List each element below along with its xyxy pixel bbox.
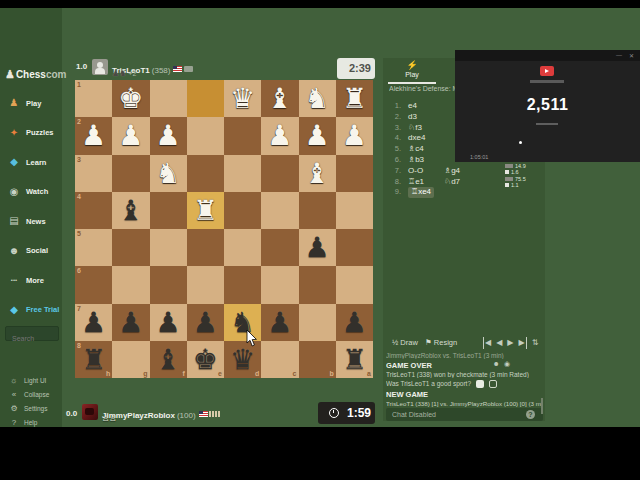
go-back-button[interactable]: ◀	[496, 337, 502, 349]
square-f6[interactable]	[150, 266, 187, 303]
sidebar-item-play[interactable]: ♟Play	[7, 95, 61, 111]
piece-black-bishop[interactable]: ♝	[150, 341, 187, 378]
sidebar-item-more[interactable]: •••More	[7, 272, 61, 288]
square-c4[interactable]	[261, 192, 298, 229]
sidebar-item-social[interactable]: ☻Social	[7, 243, 61, 259]
clock-black-time: 1:59	[347, 406, 371, 420]
stat-value: 14.9	[515, 163, 526, 169]
overlay-titlebar[interactable]: — ✕	[455, 50, 640, 61]
square-b2[interactable]: ♟	[299, 117, 336, 154]
piece-black-pawn[interactable]: ♟	[299, 229, 336, 266]
sidebar-footer-collapse[interactable]: «Collapse	[9, 388, 61, 401]
match-score-bottom: 0.0	[66, 409, 77, 418]
piece-white-king[interactable]: ♚	[112, 80, 149, 117]
sidebar-footer-label: Light UI	[24, 377, 46, 384]
sidebar-item-watch[interactable]: ◉Watch	[7, 184, 61, 200]
help-circle-icon[interactable]: ?	[526, 410, 535, 419]
piece-black-pawn[interactable]: ♟	[336, 304, 373, 341]
pairing-line: TrisLeoT1 (338) [1] vs. JimmyPlayzRoblox…	[386, 400, 542, 407]
logo-text: Chess	[16, 69, 46, 80]
square-d6[interactable]	[224, 266, 261, 303]
chat-disabled-label: Chat Disabled	[392, 411, 436, 418]
sidebar-item-news[interactable]: ▤News	[7, 213, 61, 229]
player-bottom-row: JimmyPlayzRoblox(100)	[102, 404, 220, 422]
game-over-label: GAME OVER	[386, 361, 542, 370]
good-sport-line: Was TrisLeoT1 a good sport?	[386, 380, 542, 388]
piece-white-queen[interactable]: ♛	[224, 80, 261, 117]
move-black[interactable]: ♘d7	[444, 177, 460, 188]
square-c1[interactable]: ♝	[261, 80, 298, 117]
subscriber-count: 2,511	[455, 96, 640, 114]
overlay-stat-row: 1.1	[505, 182, 526, 188]
light-ui-icon: ☼	[9, 376, 19, 385]
sidebar-footer-label: Help	[24, 419, 37, 426]
sidebar: ♟Chesscom ♟Play✦Puzzles◆Learn◉Watch▤News…	[0, 8, 62, 427]
resign-label: Resign	[434, 338, 457, 347]
membership-badge	[184, 66, 193, 72]
tab-play-label: Play	[388, 71, 436, 78]
half-icon: ½	[392, 338, 398, 347]
sidebar-item-label: More	[26, 276, 44, 285]
square-e7[interactable]: ♟	[187, 304, 224, 341]
sidebar-item-label: Puzzles	[26, 128, 54, 137]
square-c7[interactable]: ♟	[261, 304, 298, 341]
letterbox-top	[0, 0, 640, 8]
good-sport-prompt: Was TrisLeoT1 a good sport?	[386, 380, 471, 387]
help-icon: ?	[9, 418, 19, 427]
go-start-button[interactable]: ◀	[483, 337, 491, 349]
stat-icon	[505, 170, 509, 174]
flag-icon: ⚑	[425, 338, 432, 347]
search-input[interactable]	[10, 334, 58, 343]
square-b3[interactable]: ♝	[299, 155, 336, 192]
stat-icon	[505, 177, 513, 181]
avatar[interactable]	[82, 404, 98, 420]
thumbs-up-button[interactable]	[476, 380, 484, 388]
chat-disabled-bar: Chat Disabled ?	[386, 408, 543, 421]
square-a4[interactable]	[336, 192, 373, 229]
square-c8[interactable]: c	[261, 341, 298, 378]
player-top-rating: (358)	[152, 66, 171, 75]
action-bar: ½ Draw ⚑ Resign ◀◀▶▶⇅	[387, 336, 543, 352]
resign-button[interactable]: ⚑ Resign	[425, 338, 457, 347]
clock-white: 2:39	[337, 58, 375, 79]
square-e2[interactable]	[187, 117, 224, 154]
square-f3[interactable]: ♞	[150, 155, 187, 192]
tab-play[interactable]: ⚡ Play	[388, 58, 436, 84]
square-b7[interactable]	[299, 304, 336, 341]
square-h1[interactable]: 1	[75, 80, 112, 117]
piece-black-pawn[interactable]: ♟	[150, 304, 187, 341]
piece-white-pawn[interactable]: ♟	[299, 117, 336, 154]
square-a5[interactable]	[336, 229, 373, 266]
learn-icon: ◆	[7, 156, 21, 168]
search-box	[5, 326, 59, 341]
play-icon: ♟	[7, 97, 21, 109]
subcount-overlay-window: — ✕ 2,511 1:05:01	[455, 50, 640, 162]
square-f7[interactable]: ♟	[150, 304, 187, 341]
square-h8[interactable]: 8h♜	[75, 341, 112, 378]
chesscom-logo[interactable]: ♟Chesscom	[5, 68, 66, 81]
square-d1[interactable]: ♛	[224, 80, 261, 117]
sidebar-item-label: Learn	[26, 158, 46, 167]
square-c2[interactable]: ♟	[261, 117, 298, 154]
go-end-button[interactable]: ▶	[518, 337, 526, 349]
square-g6[interactable]	[112, 266, 149, 303]
collapse-icon: «	[9, 390, 19, 399]
sidebar-footer-light-ui[interactable]: ☼Light UI	[9, 374, 61, 387]
square-a1[interactable]: ♜	[336, 80, 373, 117]
clock-black-active: 1:59	[318, 402, 375, 424]
square-c3[interactable]	[261, 155, 298, 192]
square-f8[interactable]: f♝	[150, 341, 187, 378]
cursor-dot	[519, 141, 522, 144]
square-h4[interactable]: 4	[75, 192, 112, 229]
rank-label-7: 7	[77, 305, 81, 312]
overlay-subcaption	[536, 123, 558, 125]
sidebar-item-free-trial[interactable]: ◆Free Trial	[7, 302, 61, 318]
file-label-e: e	[218, 370, 222, 377]
piece-white-bishop[interactable]: ♝	[299, 155, 336, 192]
chat-history-line: JimmyPlayzRoblox vs. TrisLeoT1 (3 min)	[386, 352, 542, 359]
move-number: 9.	[389, 187, 401, 198]
game-over-icons[interactable]: ☻◉	[493, 360, 514, 368]
social-icon: ☻	[7, 245, 21, 257]
more-icon: •••	[7, 274, 21, 286]
file-label-d: d	[255, 370, 259, 377]
piece-white-knight[interactable]: ♞	[299, 80, 336, 117]
captured-pieces-top: ♟♞+2	[112, 69, 136, 78]
sidebar-item-label: Social	[26, 246, 48, 255]
square-f4[interactable]	[150, 192, 187, 229]
square-a7[interactable]: ♟	[336, 304, 373, 341]
sidebar-footer-label: Settings	[24, 405, 48, 412]
rank-label-8: 8	[77, 342, 81, 349]
captured-glyphs: ♟♞	[112, 69, 126, 78]
rank-label-2: 2	[77, 118, 81, 125]
rank-label-5: 5	[77, 230, 81, 237]
free-trial-icon: ◆	[7, 304, 21, 316]
youtube-logo-icon	[540, 66, 554, 76]
rank-label-3: 3	[77, 156, 81, 163]
flip-board-button[interactable]: ⇅	[532, 337, 539, 349]
file-label-g: g	[143, 370, 147, 377]
letterbox-bottom	[0, 427, 640, 480]
avatar[interactable]	[92, 59, 108, 75]
overlay-caption	[530, 80, 564, 83]
square-a8[interactable]: a♜	[336, 341, 373, 378]
square-e8[interactable]: e♚	[187, 341, 224, 378]
square-f1[interactable]	[150, 80, 187, 117]
sidebar-item-puzzles[interactable]: ✦Puzzles	[7, 125, 61, 141]
square-b6[interactable]	[299, 266, 336, 303]
square-a6[interactable]	[336, 266, 373, 303]
square-h5[interactable]: 5	[75, 229, 112, 266]
square-d4[interactable]	[224, 192, 261, 229]
piece-white-rook[interactable]: ♜	[187, 192, 224, 229]
square-g7[interactable]: ♟	[112, 304, 149, 341]
square-h3[interactable]: 3	[75, 155, 112, 192]
square-h2[interactable]: 2♟	[75, 117, 112, 154]
us-flag-icon	[199, 411, 208, 417]
sidebar-footer-settings[interactable]: ⚙Settings	[9, 402, 61, 415]
stat-value: 75.5	[515, 176, 526, 182]
piece-black-bishop[interactable]: ♝	[112, 192, 149, 229]
piece-white-pawn[interactable]: ♟	[112, 117, 149, 154]
piece-black-pawn[interactable]: ♟	[261, 304, 298, 341]
square-d5[interactable]	[224, 229, 261, 266]
overlay-timer: 1:05:01	[470, 154, 488, 160]
piece-black-pawn[interactable]: ♟	[187, 304, 224, 341]
square-d2[interactable]	[224, 117, 261, 154]
logo-suffix: com	[46, 69, 67, 80]
square-b5[interactable]: ♟	[299, 229, 336, 266]
draw-label: Draw	[400, 338, 418, 347]
stat-icon	[505, 183, 509, 187]
square-b8[interactable]: b	[299, 341, 336, 378]
material-advantage: +2	[128, 70, 136, 77]
captured-pieces-bottom: ♙♙	[102, 414, 116, 423]
file-label-f: f	[182, 370, 184, 377]
square-c6[interactable]	[261, 266, 298, 303]
piece-white-pawn[interactable]: ♟	[261, 117, 298, 154]
add-friend-icon[interactable]: ☻	[493, 360, 504, 367]
stat-icon	[505, 164, 513, 168]
square-f5[interactable]	[150, 229, 187, 266]
square-h7[interactable]: 7♟	[75, 304, 112, 341]
square-h6[interactable]: 6	[75, 266, 112, 303]
lightning-icon: ⚡	[388, 60, 436, 70]
clock-icon	[329, 408, 339, 418]
file-label-c: c	[293, 370, 297, 377]
sidebar-footer-label: Collapse	[24, 391, 49, 398]
piece-white-pawn[interactable]: ♟	[336, 117, 373, 154]
draw-button[interactable]: ½ Draw	[392, 338, 418, 347]
piece-white-knight[interactable]: ♞	[150, 155, 187, 192]
chat-scrollbar[interactable]	[541, 398, 543, 414]
square-g5[interactable]	[112, 229, 149, 266]
sidebar-item-label: Free Trial	[26, 305, 59, 314]
move-nav: ◀◀▶▶⇅	[483, 337, 538, 349]
square-e5[interactable]	[187, 229, 224, 266]
match-score-top: 1.0	[76, 62, 87, 71]
square-e4[interactable]: ♜	[187, 192, 224, 229]
square-b1[interactable]: ♞	[299, 80, 336, 117]
square-e3[interactable]	[187, 155, 224, 192]
watch-icon: ◉	[7, 186, 21, 198]
go-forward-button[interactable]: ▶	[507, 337, 513, 349]
chess-board: 1♚♛♝♞♜2♟♟♟♟♟♟3♞♝4♝♜5♟67♟♟♟♟♞♟♟8h♜gf♝e♚d♛…	[75, 80, 373, 378]
square-e1[interactable]	[187, 80, 224, 117]
rank-label-4: 4	[77, 193, 81, 200]
piece-white-pawn[interactable]: ♟	[150, 117, 187, 154]
minimize-icon[interactable]: —	[616, 52, 622, 58]
square-e6[interactable]	[187, 266, 224, 303]
file-label-h: h	[106, 370, 110, 377]
square-b4[interactable]	[299, 192, 336, 229]
sidebar-item-label: News	[26, 217, 46, 226]
square-g2[interactable]: ♟	[112, 117, 149, 154]
puzzles-icon: ✦	[7, 127, 21, 139]
file-label-a: a	[367, 370, 371, 377]
sidebar-item-learn[interactable]: ◆Learn	[7, 154, 61, 170]
watch-icon[interactable]: ◉	[504, 360, 514, 367]
square-a3[interactable]	[336, 155, 373, 192]
rank-label-6: 6	[77, 267, 81, 274]
rank-label-1: 1	[77, 81, 81, 88]
piece-white-rook[interactable]: ♜	[336, 80, 373, 117]
square-g8[interactable]: g	[112, 341, 149, 378]
logo-pawn-icon: ♟	[5, 68, 15, 80]
mouse-cursor	[246, 330, 258, 347]
badge-bars	[208, 404, 220, 421]
news-icon: ▤	[7, 215, 21, 227]
piece-white-bishop[interactable]: ♝	[261, 80, 298, 117]
captured-glyphs: ♙♙	[102, 414, 116, 423]
piece-black-pawn[interactable]: ♟	[112, 304, 149, 341]
square-g1[interactable]: ♚	[112, 80, 149, 117]
move-white[interactable]: ♖xe4	[408, 187, 434, 198]
stat-value: 1.6	[511, 169, 519, 175]
square-g3[interactable]	[112, 155, 149, 192]
square-d3[interactable]	[224, 155, 261, 192]
square-f2[interactable]: ♟	[150, 117, 187, 154]
square-a2[interactable]: ♟	[336, 117, 373, 154]
settings-icon: ⚙	[9, 404, 19, 413]
new-game-label: NEW GAME	[386, 390, 542, 399]
overlay-stats: 14.91.675.51.1	[505, 163, 526, 188]
stat-value: 1.1	[511, 182, 519, 188]
file-label-b: b	[329, 370, 333, 377]
close-icon[interactable]: ✕	[629, 52, 634, 59]
square-c5[interactable]	[261, 229, 298, 266]
us-flag-icon	[173, 66, 182, 72]
sidebar-item-label: Watch	[26, 187, 48, 196]
thumbs-down-button[interactable]	[489, 380, 497, 388]
sidebar-item-label: Play	[26, 99, 41, 108]
square-g4[interactable]: ♝	[112, 192, 149, 229]
player-bottom-rating: (100)	[177, 411, 196, 420]
game-result-line: TrisLeoT1 (338) won by checkmate (3 min …	[386, 371, 542, 378]
